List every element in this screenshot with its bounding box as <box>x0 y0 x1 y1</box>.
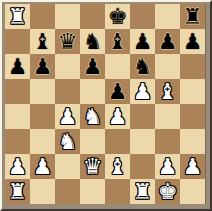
square-f8[interactable] <box>130 4 155 29</box>
square-g7[interactable]: ♟ <box>155 29 180 54</box>
square-e4[interactable]: ♟ <box>105 104 130 129</box>
square-c3[interactable]: ♞ <box>55 129 80 154</box>
square-c7[interactable]: ♛ <box>55 29 80 54</box>
white-pawn[interactable]: ♟ <box>183 154 203 179</box>
square-e1[interactable] <box>105 179 130 204</box>
square-d1[interactable] <box>80 179 105 204</box>
square-c8[interactable] <box>55 4 80 29</box>
square-g4[interactable] <box>155 104 180 129</box>
square-a5[interactable] <box>5 79 30 104</box>
white-king[interactable]: ♚ <box>158 179 178 204</box>
square-d8[interactable] <box>80 4 105 29</box>
square-h3[interactable] <box>180 129 205 154</box>
square-e5[interactable]: ♟ <box>105 79 130 104</box>
black-king[interactable]: ♚ <box>108 4 128 29</box>
square-f4[interactable] <box>130 104 155 129</box>
square-h5[interactable] <box>180 79 205 104</box>
square-g5[interactable]: ♝ <box>155 79 180 104</box>
black-bishop[interactable]: ♝ <box>108 29 128 54</box>
square-b7[interactable]: ♝ <box>30 29 55 54</box>
square-g2[interactable]: ♟ <box>155 154 180 179</box>
board-frame: ♜♚♜♝♛♞♝♟♟♟♟♟♟♞♟♟♝♟♞♟♞♟♟♛♝♟♟♜♜♚ <box>0 0 212 211</box>
square-c5[interactable] <box>55 79 80 104</box>
black-bishop[interactable]: ♝ <box>33 29 53 54</box>
square-d4[interactable]: ♞ <box>80 104 105 129</box>
chess-board: ♜♚♜♝♛♞♝♟♟♟♟♟♟♞♟♟♝♟♞♟♞♟♟♛♝♟♟♜♜♚ <box>5 4 206 204</box>
square-b6[interactable]: ♟ <box>30 54 55 79</box>
square-h7[interactable]: ♟ <box>180 29 205 54</box>
white-pawn[interactable]: ♟ <box>158 154 178 179</box>
square-b1[interactable] <box>30 179 55 204</box>
square-e7[interactable]: ♝ <box>105 29 130 54</box>
square-b3[interactable] <box>30 129 55 154</box>
square-f1[interactable]: ♜ <box>130 179 155 204</box>
square-b5[interactable] <box>30 79 55 104</box>
square-c2[interactable] <box>55 154 80 179</box>
black-knight[interactable]: ♞ <box>133 54 153 79</box>
square-c4[interactable]: ♟ <box>55 104 80 129</box>
square-a8[interactable]: ♜ <box>5 4 30 29</box>
square-g8[interactable] <box>155 4 180 29</box>
square-g1[interactable]: ♚ <box>155 179 180 204</box>
black-queen[interactable]: ♛ <box>58 29 78 54</box>
white-rook[interactable]: ♜ <box>8 4 28 29</box>
black-rook[interactable]: ♜ <box>183 4 203 29</box>
square-d3[interactable] <box>80 129 105 154</box>
square-a2[interactable]: ♟ <box>5 154 30 179</box>
square-d5[interactable] <box>80 79 105 104</box>
square-c6[interactable] <box>55 54 80 79</box>
black-knight[interactable]: ♞ <box>83 29 103 54</box>
square-e2[interactable]: ♝ <box>105 154 130 179</box>
square-a4[interactable] <box>5 104 30 129</box>
square-f3[interactable] <box>130 129 155 154</box>
square-f6[interactable]: ♞ <box>130 54 155 79</box>
square-b2[interactable]: ♟ <box>30 154 55 179</box>
square-e3[interactable] <box>105 129 130 154</box>
square-e8[interactable]: ♚ <box>105 4 130 29</box>
square-a3[interactable] <box>5 129 30 154</box>
square-h1[interactable] <box>180 179 205 204</box>
white-knight[interactable]: ♞ <box>58 129 78 154</box>
black-pawn[interactable]: ♟ <box>183 29 203 54</box>
square-g6[interactable] <box>155 54 180 79</box>
black-pawn[interactable]: ♟ <box>158 29 178 54</box>
white-pawn[interactable]: ♟ <box>133 79 153 104</box>
square-h4[interactable] <box>180 104 205 129</box>
square-h6[interactable] <box>180 54 205 79</box>
square-f5[interactable]: ♟ <box>130 79 155 104</box>
square-a1[interactable]: ♜ <box>5 179 30 204</box>
white-pawn[interactable]: ♟ <box>108 104 128 129</box>
white-queen[interactable]: ♛ <box>83 154 103 179</box>
square-b8[interactable] <box>30 4 55 29</box>
square-d7[interactable]: ♞ <box>80 29 105 54</box>
square-f2[interactable] <box>130 154 155 179</box>
black-pawn[interactable]: ♟ <box>33 54 53 79</box>
white-knight[interactable]: ♞ <box>83 104 103 129</box>
black-pawn[interactable]: ♟ <box>83 54 103 79</box>
square-c1[interactable] <box>55 179 80 204</box>
white-bishop[interactable]: ♝ <box>158 79 178 104</box>
white-rook[interactable]: ♜ <box>133 179 153 204</box>
square-d6[interactable]: ♟ <box>80 54 105 79</box>
square-a7[interactable] <box>5 29 30 54</box>
black-pawn[interactable]: ♟ <box>8 54 28 79</box>
white-bishop[interactable]: ♝ <box>108 154 128 179</box>
black-pawn[interactable]: ♟ <box>108 79 128 104</box>
square-b4[interactable] <box>30 104 55 129</box>
black-pawn[interactable]: ♟ <box>133 29 153 54</box>
square-g3[interactable] <box>155 129 180 154</box>
white-pawn[interactable]: ♟ <box>33 154 53 179</box>
white-pawn[interactable]: ♟ <box>8 154 28 179</box>
white-rook[interactable]: ♜ <box>8 179 28 204</box>
square-d2[interactable]: ♛ <box>80 154 105 179</box>
square-a6[interactable]: ♟ <box>5 54 30 79</box>
square-h2[interactable]: ♟ <box>180 154 205 179</box>
square-h8[interactable]: ♜ <box>180 4 205 29</box>
white-pawn[interactable]: ♟ <box>58 104 78 129</box>
square-e6[interactable] <box>105 54 130 79</box>
square-f7[interactable]: ♟ <box>130 29 155 54</box>
